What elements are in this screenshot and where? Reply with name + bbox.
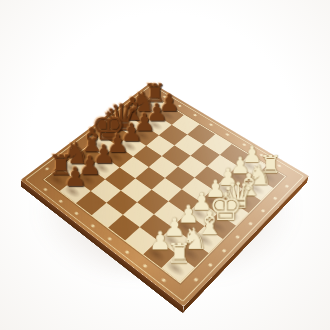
chess-board: ♜♟♟♜♞♟♟♞♝♟♟♝♛♟♟♛♚♟♟♚♝♟♟♝♞♟♟♞♜♟♟♜ bbox=[21, 82, 309, 306]
piece-bR: ♜ bbox=[48, 151, 72, 179]
scene: ♜♟♟♜♞♟♟♞♝♟♟♝♛♟♟♛♚♟♟♚♝♟♟♝♞♟♟♞♜♟♟♜ bbox=[0, 0, 330, 330]
square-r2c7: ♝ bbox=[230, 189, 261, 213]
square-r7c1: ♟ bbox=[60, 179, 91, 203]
square-r1c6: ♟ bbox=[225, 166, 255, 189]
piece-shadow bbox=[245, 181, 268, 198]
piece-bR: ♜ bbox=[144, 80, 166, 106]
square-r6c0: ♞ bbox=[60, 157, 90, 179]
piece-shadow bbox=[188, 206, 212, 224]
product-photo: ♜♟♟♜♞♟♟♞♝♟♟♝♛♟♟♛♚♟♟♚♝♟♟♝♞♟♟♞♜♟♟♜ bbox=[0, 0, 330, 330]
square-r2c6: ♟ bbox=[212, 177, 242, 201]
piece-shadow bbox=[133, 129, 154, 144]
piece-shadow bbox=[239, 159, 261, 175]
piece-shadow bbox=[164, 259, 189, 280]
piece-shadow bbox=[47, 172, 69, 189]
piece-shadow bbox=[257, 169, 280, 186]
piece-shadow bbox=[220, 205, 244, 223]
board-squares: ♜♟♟♜♞♟♟♞♝♟♟♝♛♟♟♛♚♟♟♚♝♟♟♝♞♟♟♞♜♟♟♜ bbox=[43, 96, 286, 284]
square-r0c7: ♜ bbox=[255, 165, 285, 188]
